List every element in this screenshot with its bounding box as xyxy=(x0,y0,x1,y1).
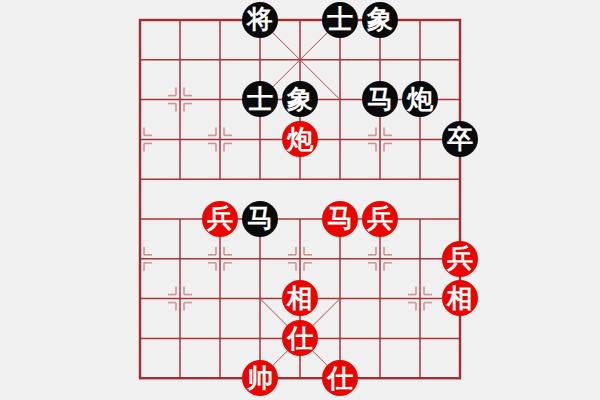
black-cannon-piece[interactable]: 炮 xyxy=(402,81,438,117)
red-elephant-piece[interactable]: 相 xyxy=(282,280,318,316)
black-general-piece[interactable]: 将 xyxy=(242,2,278,38)
red-cannon-piece[interactable]: 炮 xyxy=(282,121,318,157)
red-advisor-piece[interactable]: 仕 xyxy=(322,360,358,396)
red-soldier-piece[interactable]: 兵 xyxy=(202,201,238,237)
black-advisor-piece[interactable]: 士 xyxy=(242,81,278,117)
red-advisor-piece[interactable]: 仕 xyxy=(282,320,318,356)
xiangqi-piece-layer: 将士象士象马炮卒马炮兵马兵兵相相仕帅仕 xyxy=(120,0,480,398)
black-elephant-piece[interactable]: 象 xyxy=(362,2,398,38)
black-horse-piece[interactable]: 马 xyxy=(362,81,398,117)
red-soldier-piece[interactable]: 兵 xyxy=(362,201,398,237)
red-horse-piece[interactable]: 马 xyxy=(322,201,358,237)
black-advisor-piece[interactable]: 士 xyxy=(322,2,358,38)
red-general-piece[interactable]: 帅 xyxy=(242,360,278,396)
red-soldier-piece[interactable]: 兵 xyxy=(442,241,478,277)
black-soldier-piece[interactable]: 卒 xyxy=(442,121,478,157)
xiangqi-app-canvas: 将士象士象马炮卒马炮兵马兵兵相相仕帅仕 xyxy=(0,0,600,400)
black-elephant-piece[interactable]: 象 xyxy=(282,81,318,117)
red-elephant-piece[interactable]: 相 xyxy=(442,280,478,316)
black-horse-piece[interactable]: 马 xyxy=(242,201,278,237)
